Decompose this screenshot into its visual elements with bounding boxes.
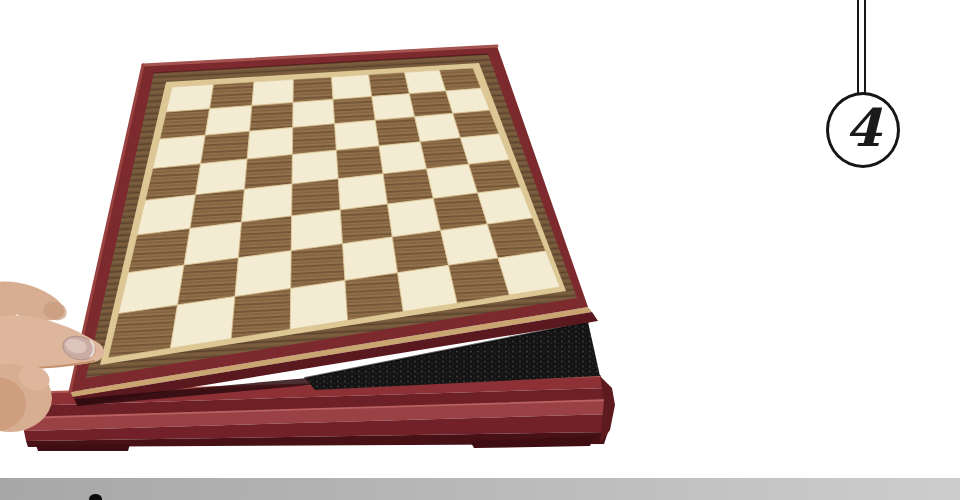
marker-connector-line	[857, 0, 859, 93]
step-number: 4	[845, 102, 881, 154]
square-c5	[244, 155, 292, 190]
square-a8	[166, 84, 214, 112]
product-photo-chess-box	[0, 0, 960, 500]
next-section-strip	[0, 478, 960, 500]
square-a6	[153, 135, 206, 168]
square-g6	[415, 113, 461, 141]
square-e7	[333, 97, 375, 124]
square-b6	[201, 131, 250, 163]
square-a7	[160, 109, 210, 139]
marker-connector-line	[864, 0, 866, 93]
square-c7	[250, 102, 293, 131]
square-f1	[398, 265, 458, 311]
square-e6	[335, 120, 379, 150]
square-d1	[290, 280, 347, 329]
square-b5	[196, 159, 248, 195]
square-d4	[292, 179, 341, 216]
square-f7	[372, 94, 415, 121]
square-f4	[383, 169, 433, 204]
square-d7	[293, 99, 335, 127]
square-c8	[252, 79, 293, 105]
square-g7	[409, 91, 452, 117]
box-foot-left	[36, 444, 130, 451]
square-c4	[242, 184, 293, 222]
square-d6	[292, 124, 336, 155]
square-d8	[293, 77, 333, 103]
square-e1	[345, 273, 403, 321]
square-f6	[375, 117, 420, 146]
square-e5	[336, 146, 383, 179]
square-f5	[379, 142, 427, 174]
chess-piece-tip	[89, 494, 102, 500]
square-g8	[405, 70, 446, 94]
square-b7	[205, 106, 252, 136]
square-g5	[420, 138, 468, 169]
square-e8	[332, 75, 372, 100]
square-b8	[210, 82, 254, 109]
square-d5	[292, 150, 338, 184]
square-e4	[338, 174, 387, 210]
step-number-badge: 4	[826, 92, 900, 168]
square-f8	[369, 72, 410, 96]
square-c6	[247, 127, 293, 159]
